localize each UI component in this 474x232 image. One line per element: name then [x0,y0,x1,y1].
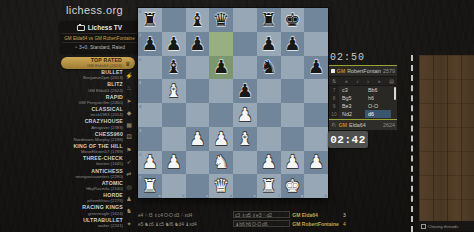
channel-blitz[interactable]: BLITZGM Elda64 (2624)♨ [0,82,135,94]
square-g2[interactable]: ♟ [281,151,305,175]
channel-text: RAPIDGM PenguinGm (2460) [79,95,123,106]
tv-channel-list: TOP RATEDGM Elda64 (2624)♛BULLETBenjamin… [0,57,135,229]
channel-text: BULLETBenjamin2pm (2613) [83,70,123,81]
square-a8[interactable]: 8♜ [138,8,162,32]
square-g5[interactable] [281,79,305,103]
square-e1[interactable]: e [233,174,257,198]
black-pawn-h6[interactable]: ♟ [308,58,324,76]
move-white[interactable]: Nd2 [339,110,365,118]
white-pawn-d3[interactable]: ♟ [213,130,229,148]
square-d4[interactable] [209,103,233,127]
square-a3[interactable]: 3 [138,127,162,151]
channel-player: greeneagle (1624) [82,212,123,216]
white-bishop-b5[interactable]: ♝ [166,82,182,100]
square-b3[interactable] [162,127,186,151]
coord-rank-5: 5 [139,80,141,85]
channel-ultrabullet[interactable]: ULTRABULLETwalter (2241)✦ [0,217,135,229]
move-glyph-box: ♝b6 h6 O-O d6 [233,220,291,227]
coord-file-b: b [182,193,184,198]
channel-atomic[interactable]: ATOMICHbyRasmila (2140)◎ [0,180,135,192]
channel-icon: ✓ [125,158,133,165]
channel-text: CRAZYHOUSEAmigover (2383) [85,119,123,130]
channel-icon: ⇄ [125,170,133,177]
square-f8[interactable]: ♜ [257,8,281,32]
square-e7[interactable] [233,32,257,56]
channel-icon: ◎ [125,183,133,190]
square-f7[interactable]: ♟ [257,32,281,56]
channel-icon: ♨ [125,84,133,91]
game-toolbar: ⇅«‹›»▤ [329,77,397,85]
black-pawn-c7[interactable]: ♟ [189,35,205,53]
channel-icon: ◆ [125,109,133,116]
move-row: 9Be3O-O [329,102,397,110]
next-move-icon[interactable]: › [367,78,369,84]
move-number: 9 [329,102,339,110]
tv-matchup: GM Elda64 vs GM RobertFontaine [62,33,137,43]
move-number: 7 [329,86,339,94]
channel-horde[interactable]: HORDEjohnmhktau (2278)♟ [0,192,135,204]
channel-text: RACING KINGSgreeneagle (1624) [82,205,123,216]
player-rating: 2579 [383,68,395,74]
square-g3[interactable] [281,127,305,151]
channel-icon: ⚄ [125,133,133,140]
move-black[interactable]: Bb6 [365,86,391,94]
move-black[interactable]: O-O [365,102,391,110]
white-rook-f1[interactable]: ♜ [261,177,277,195]
square-g7[interactable]: ♟ [281,32,305,56]
channel-player: walter (2241) [83,224,123,228]
square-e8[interactable] [233,8,257,32]
channel-icon: ♛ [124,60,132,67]
black-bishop-c8[interactable]: ♝ [189,11,205,29]
channel-text: TOP RATEDGM Elda64 (2624) [87,58,122,69]
square-c4[interactable] [186,103,210,127]
square-g4[interactable] [281,103,305,127]
black-pawn-a7[interactable]: ♟ [142,35,158,53]
score-strip-row: e4 ♘f3 ♗c4 O-O d3 ♘xd4c3 ♗g5 ♗e3 ♘d2GM E… [138,210,348,219]
square-c3[interactable]: ♟ [186,127,210,151]
black-pawn-b7[interactable]: ♟ [166,35,182,53]
square-a6[interactable]: 6 [138,56,162,80]
tv-title-row: Lichess TV [62,24,137,31]
square-a1[interactable]: 1a♜ [138,174,162,198]
move-black[interactable]: d6 [365,110,391,118]
square-g1[interactable]: g♚ [281,174,305,198]
dashed-seam-line [411,55,413,232]
channel-icon: ✦ [125,220,133,227]
square-d1[interactable]: d♛ [209,174,233,198]
tv-camera-icon [77,25,85,31]
wood-background-panel [419,55,474,221]
move-row: 7c3Bb6 [329,86,397,94]
player-bar-white[interactable]: ♘ GM Elda64 2624 [329,120,397,130]
square-c8[interactable]: ♝ [186,8,210,32]
move-list-scrollbar[interactable] [394,87,396,100]
square-b1[interactable]: b [162,174,186,198]
square-c7[interactable]: ♟ [186,32,210,56]
square-h8[interactable] [304,8,328,32]
coord-file-a: a [159,193,161,198]
time-control-icon: ◔ [74,45,77,50]
black-pawn-e5[interactable]: ♟ [237,82,253,100]
white-pawn-a2[interactable]: ♟ [142,153,158,171]
white-queen-d1[interactable]: ♛ [213,177,229,195]
square-b7[interactable]: ♟ [162,32,186,56]
black-rook-a8[interactable]: ♜ [142,11,158,29]
square-g6[interactable] [281,56,305,80]
square-a7[interactable]: 7♟ [138,32,162,56]
white-pawn-g2[interactable]: ♟ [284,153,300,171]
coord-file-f: f [278,193,279,198]
square-c5[interactable] [186,79,210,103]
channel-icon: ♞ [125,207,133,214]
white-pawn-f2[interactable]: ♟ [261,153,277,171]
black-rook-f8[interactable]: ♜ [261,11,277,29]
move-glyph-strip: e4 ♘f3 ♗c4 O-O d3 ♘xd4 [138,212,231,218]
black-pawn-f7[interactable]: ♟ [261,35,277,53]
strip-player-name[interactable]: GM Elda64 [292,212,338,218]
channel-title: RACING KINGS [82,205,123,210]
square-f6[interactable]: ♞ [257,56,281,80]
square-a5[interactable]: 5 [138,79,162,103]
channel-title: CRAZYHOUSE [85,119,123,124]
white-king-g1[interactable]: ♚ [284,177,300,195]
tv-info-box: Lichess TV GM Elda64 vs GM RobertFontain… [60,21,139,53]
move-white[interactable]: Be3 [339,102,365,110]
first-move-icon[interactable]: « [345,78,348,84]
channel-player: GM Elda64 (2624) [87,64,122,68]
channel-player: MoveEleven57 (1789) [73,150,123,154]
channel-text: KING OF THE HILLMoveEleven57 (1789) [73,144,123,155]
square-d7[interactable] [209,32,233,56]
coord-file-g: g [301,193,303,198]
move-row: 10Nd2d6 [329,110,397,118]
square-h7[interactable] [304,32,328,56]
menu-icon[interactable]: ▤ [389,78,394,84]
white-pawn-h2[interactable]: ♟ [308,153,324,171]
move-black[interactable]: h6 [365,94,391,102]
channel-classical[interactable]: CLASSICALmrsk1983 (2014)◆ [0,106,135,118]
caption-bar: Closing threads [419,221,474,231]
channel-text: HORDEjohnmhktau (2278) [87,193,123,204]
square-f2[interactable]: ♟ [257,151,281,175]
channel-text: ATOMICHbyRasmila (2140) [86,181,123,192]
tv-title: Lichess TV [88,24,122,31]
channel-text: ULTRABULLETwalter (2241) [83,218,123,229]
square-h4[interactable] [304,103,328,127]
square-e6[interactable] [233,56,257,80]
square-d5[interactable] [209,79,233,103]
square-b4[interactable] [162,103,186,127]
square-a4[interactable]: 4 [138,103,162,127]
channel-player: HbyRasmila (2140) [86,187,123,191]
square-b6[interactable]: ♝ [162,56,186,80]
site-logo[interactable]: lichess.org [66,4,123,16]
channel-player: beeten (1645) [83,162,123,166]
square-b5[interactable]: ♝ [162,79,186,103]
channel-racing-kings[interactable]: RACING KINGSgreeneagle (1624)♞ [0,205,135,217]
square-c1[interactable]: c [186,174,210,198]
white-pawn-c3[interactable]: ♟ [189,130,205,148]
channel-player: mrsk1983 (2014) [91,113,123,117]
coord-rank-3: 3 [139,128,141,133]
square-h2[interactable]: ♟ [304,151,328,175]
channel-antichess[interactable]: ANTICHESSneorganisawnters (2280)⇄ [0,168,135,180]
channel-icon: ▦ [125,121,133,128]
channel-player: johnmhktau (2278) [87,199,123,203]
black-bishop-b6[interactable]: ♝ [166,58,182,76]
coord-file-h: h [325,193,327,198]
square-b2[interactable]: ♟ [162,151,186,175]
move-number: 8 [329,94,339,102]
channel-player: Benjamin2pm (2613) [83,76,123,80]
clock-white-active: 02:42 [328,131,368,148]
channel-text: BLITZGM Elda64 (2624) [88,82,123,93]
square-e2[interactable] [233,151,257,175]
black-pawn-d6[interactable]: ♟ [213,58,229,76]
tv-game-info: 3+0, Standard, Rated [79,45,125,50]
move-list: 7c3Bb68Bg5h69Be3O-O10Nd2d6 [329,86,397,119]
square-d2[interactable]: ♞ [209,151,233,175]
move-glyph-strip: e5 ♞c6 ♝c5 ♞f6 ♞d4 ♝xd4 [138,221,231,227]
square-h5[interactable] [304,79,328,103]
channel-icon: ➤ [125,97,133,104]
prev-move-icon[interactable]: ‹ [357,78,359,84]
move-white[interactable]: c3 [339,86,365,94]
square-c2[interactable] [186,151,210,175]
channel-icon: ♟ [125,195,133,202]
square-e5[interactable]: ♟ [233,79,257,103]
square-b8[interactable] [162,8,186,32]
coord-rank-4: 4 [139,104,141,109]
player-title: GM [337,68,346,74]
channel-player: Nordmann-Morphy (2198) [74,138,123,142]
square-h1[interactable]: h [304,174,328,198]
player-name: Elda64 [349,122,381,128]
coord-file-c: c [206,193,208,198]
channel-icon: ⚡ [125,72,133,79]
channel-player: Amigover (2383) [85,126,123,130]
player-name: RobertFontaine [347,68,381,74]
square-c6[interactable] [186,56,210,80]
knight-icon: ♘ [331,122,336,128]
channel-three-check[interactable]: THREE-CHECKbeeten (1645)✓ [0,155,135,167]
square-f5[interactable] [257,79,281,103]
white-bishop-e3[interactable]: ♝ [237,130,253,148]
channel-king-of-the-hill[interactable]: KING OF THE HILLMoveEleven57 (1789)⚑ [0,143,135,155]
square-f4[interactable] [257,103,281,127]
channel-text: CHESS960Nordmann-Morphy (2198) [74,132,123,143]
black-queen-d8[interactable]: ♛ [213,11,229,29]
lichess-tv-page: lichess.org Lichess TV GM Elda64 vs GM R… [0,0,474,232]
score-strip-row: e5 ♞c6 ♝c5 ♞f6 ♞d4 ♝xd4♝b6 h6 O-O d6GM R… [138,219,348,228]
white-pawn-e4[interactable]: ♟ [237,106,253,124]
square-h6[interactable]: ♟ [304,56,328,80]
channel-bullet[interactable]: BULLETBenjamin2pm (2613)⚡ [0,69,135,81]
move-white[interactable]: Bg5 [339,94,365,102]
channel-text: CLASSICALmrsk1983 (2014) [91,107,123,118]
square-a2[interactable]: 2♟ [138,151,162,175]
flip-icon[interactable]: ⇅ [332,78,336,84]
square-d6[interactable]: ♟ [209,56,233,80]
channel-player: GM Elda64 (2624) [88,89,123,93]
square-f3[interactable] [257,127,281,151]
square-d8[interactable]: ♛ [209,8,233,32]
channel-top-rated[interactable]: TOP RATEDGM Elda64 (2624)♛ [61,57,135,69]
coord-file-d: d [230,193,232,198]
square-g8[interactable]: ♚ [281,8,305,32]
player-bar-black[interactable]: GM RobertFontaine 2579 [329,66,397,76]
move-glyph-box: c3 ♗g5 ♗e3 ♘d2 [233,211,291,218]
move-number: 10 [329,110,339,118]
channel-title: BLITZ [88,82,123,87]
strip-player-name[interactable]: GM RobertFontaine [292,221,338,227]
chess-board: 8♜♝♛♜♚7♟♟♟♟♟6♝♟♞♟5♝♟4♟3♟♟♝2♟♟♞♟♟♟1a♜bcd♛… [138,8,328,198]
channel-chess960[interactable]: CHESS960Nordmann-Morphy (2198)⚄ [0,131,135,143]
move-row: 8Bg5h6 [329,94,397,102]
black-king-g8[interactable]: ♚ [284,11,300,29]
channel-text: THREE-CHECKbeeten (1645) [83,156,123,167]
black-pawn-g7[interactable]: ♟ [284,35,300,53]
square-d3[interactable]: ♟ [209,127,233,151]
channel-text: ANTICHESSneorganisawnters (2280) [75,169,123,180]
strip-score: 3 [341,212,348,218]
white-pawn-b2[interactable]: ♟ [166,153,182,171]
player-color-icon [331,69,335,73]
caption-text: Closing threads [428,224,459,229]
square-f1[interactable]: f♜ [257,174,281,198]
player-title: GM [338,122,347,128]
strip-score: 4 [341,221,348,227]
channel-crazyhouse[interactable]: CRAZYHOUSEAmigover (2383)▦ [0,118,135,130]
channel-player: GM PenguinGm (2460) [79,101,123,105]
white-knight-d2[interactable]: ♞ [213,153,229,171]
coord-file-e: e [254,193,256,198]
square-e4[interactable]: ♟ [233,103,257,127]
square-h3[interactable] [304,127,328,151]
player-rating: 2624 [383,122,395,128]
black-knight-f6[interactable]: ♞ [261,58,277,76]
clock-black: 02:50 [330,52,365,63]
channel-rapid[interactable]: RAPIDGM PenguinGm (2460)➤ [0,94,135,106]
coord-rank-6: 6 [139,57,141,62]
white-rook-a1[interactable]: ♜ [142,177,158,195]
channel-title: ANTICHESS [75,169,123,174]
caption-icon [421,224,426,229]
bottom-score-strip: e4 ♘f3 ♗c4 O-O d3 ♘xd4c3 ♗g5 ♗e3 ♘d2GM E… [138,210,348,228]
last-move-icon[interactable]: » [378,78,381,84]
square-e3[interactable]: ♝ [233,127,257,151]
channel-player: neorganisawnters (2280) [75,175,123,179]
channel-icon: ⚑ [125,146,133,153]
